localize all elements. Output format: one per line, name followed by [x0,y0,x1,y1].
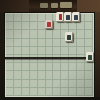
mahjong-tile-tile-3-c7r0[interactable] [64,12,72,22]
board-cell-c6r2[interactable] [53,30,61,38]
board-cell-c2r1[interactable] [22,22,30,30]
board-cell-c9r1[interactable] [77,22,85,30]
board-cell-c6r4[interactable] [53,47,61,55]
board-cell-c1r6[interactable] [14,63,22,71]
board-cell-c7r9[interactable] [61,88,69,96]
board-cell-c2r3[interactable] [22,39,30,47]
board-cell-c5r3[interactable] [46,39,54,47]
board-cell-c2r2[interactable] [22,30,30,38]
board-cell-c5r4[interactable] [46,47,54,55]
board-cell-c5r2[interactable] [46,30,54,38]
board-cell-c0r0[interactable] [6,14,14,22]
board-cell-c1r0[interactable] [14,14,22,22]
board-hinge [5,57,94,59]
board-cell-c10r3[interactable] [85,39,93,47]
board-cell-c1r7[interactable] [14,71,22,79]
board-cell-c6r1[interactable] [53,22,61,30]
board-cell-c10r7[interactable] [85,71,93,79]
board-cell-c8r9[interactable] [69,88,77,96]
board-cell-c4r7[interactable] [38,71,46,79]
board-cell-c7r7[interactable] [61,71,69,79]
tile-symbol [88,55,92,60]
board-cell-c1r9[interactable] [14,88,22,96]
tile-symbol [74,15,78,20]
board-cell-c9r8[interactable] [77,80,85,88]
board-cell-c0r3[interactable] [6,39,14,47]
board-cell-c9r6[interactable] [77,63,85,71]
board-cell-c8r7[interactable] [69,71,77,79]
board-cell-c4r8[interactable] [38,80,46,88]
rack-tile-1[interactable] [40,3,48,8]
board-cell-c10r0[interactable] [85,14,93,22]
board-cell-c7r6[interactable] [61,63,69,71]
board-cell-c8r8[interactable] [69,80,77,88]
board-cell-c5r6[interactable] [46,63,54,71]
board-cell-c2r6[interactable] [22,63,30,71]
board-cell-c0r7[interactable] [6,71,14,79]
board-cell-c0r2[interactable] [6,30,14,38]
board-cell-c3r0[interactable] [30,14,38,22]
board-cell-c5r8[interactable] [46,80,54,88]
board-cell-c0r1[interactable] [6,22,14,30]
board-cell-c6r9[interactable] [53,88,61,96]
board-cell-c10r8[interactable] [85,80,93,88]
board-cell-c6r6[interactable] [53,63,61,71]
board-cell-c4r9[interactable] [38,88,46,96]
board-cell-c2r7[interactable] [22,71,30,79]
board-cell-c3r8[interactable] [30,80,38,88]
board-cell-c9r3[interactable] [77,39,85,47]
board-cell-c3r3[interactable] [30,39,38,47]
board-cell-c2r4[interactable] [22,47,30,55]
board-cell-c4r3[interactable] [38,39,46,47]
board-cell-c3r2[interactable] [30,30,38,38]
board-cell-c10r6[interactable] [85,63,93,71]
board-cell-c3r7[interactable] [30,71,38,79]
board-cell-c10r1[interactable] [85,22,93,30]
board-cell-c1r2[interactable] [14,30,22,38]
board-cell-c9r9[interactable] [77,88,85,96]
board-cell-c3r6[interactable] [30,63,38,71]
board-cell-c1r1[interactable] [14,22,22,30]
board-cell-c6r3[interactable] [53,39,61,47]
board-cell-c1r4[interactable] [14,47,22,55]
tile-symbol [67,35,71,40]
board-cell-c9r2[interactable] [77,30,85,38]
board-cell-c5r7[interactable] [46,71,54,79]
board-cell-c10r2[interactable] [85,30,93,38]
board-cell-c9r7[interactable] [77,71,85,79]
board-cell-c0r9[interactable] [6,88,14,96]
board-cell-c7r1[interactable] [61,22,69,30]
board-cell-c7r8[interactable] [61,80,69,88]
tabletop-photo [0,0,100,100]
table-surface-bottom [0,97,100,100]
mahjong-tile-tile-5-c7r2[interactable] [65,32,73,42]
board-cell-c3r4[interactable] [30,47,38,55]
board-cell-c5r9[interactable] [46,88,54,96]
board-cell-c0r4[interactable] [6,47,14,55]
board-cell-c4r4[interactable] [38,47,46,55]
tile-symbol [66,15,70,20]
board-cell-c2r9[interactable] [22,88,30,96]
board-cell-c6r8[interactable] [53,80,61,88]
board-cell-c0r6[interactable] [6,63,14,71]
mahjong-tile-tile-6-c10r5[interactable] [86,52,94,62]
board-cell-c8r1[interactable] [69,22,77,30]
board-cell-c4r6[interactable] [38,63,46,71]
mahjong-tile-tile-4-c8r0[interactable] [72,12,80,22]
mahjong-tile-tile-2-c6r0[interactable] [56,12,64,22]
board-cell-c8r4[interactable] [69,47,77,55]
mahjong-tile-tile-1-c5r1[interactable] [45,20,53,29]
board-cell-c7r4[interactable] [61,47,69,55]
board-cell-c3r1[interactable] [30,22,38,30]
tile-symbol [47,22,51,27]
board-cell-c3r9[interactable] [30,88,38,96]
board-cell-c6r7[interactable] [53,71,61,79]
rack-tile-2[interactable] [51,3,58,8]
board-cell-c9r4[interactable] [77,47,85,55]
board-cell-c4r2[interactable] [38,30,46,38]
board-cell-c10r9[interactable] [85,88,93,96]
board-cell-c2r0[interactable] [22,14,30,22]
rack-tile-3[interactable] [60,2,72,8]
table-surface-right [94,12,100,98]
board-cell-c8r6[interactable] [69,63,77,71]
board-cell-c1r8[interactable] [14,80,22,88]
board-cell-c1r3[interactable] [14,39,22,47]
tile-symbol [59,14,62,20]
board-cell-c2r8[interactable] [22,80,30,88]
board-cell-c0r8[interactable] [6,80,14,88]
